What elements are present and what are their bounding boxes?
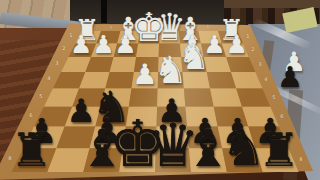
coordinate-label-8: 8 [299,157,302,162]
coordinate-label-3: 3 [56,60,59,65]
coordinate-label-4: 4 [48,76,51,81]
piece-black-rook-h8: ♜ [11,128,52,174]
coordinate-label-g: g [109,25,112,29]
piece-white-pawn-f2: ♟ [114,33,136,58]
piece-black-bishop-f8: ♝ [79,123,125,174]
piece-white-pawn-h2: ♟ [70,33,92,58]
chess-photo-frame: 1122334455667788hgfedcba ♜♝♛♚♝♜♟♟♟♟♟♟♞♟♟… [0,0,320,180]
coordinate-label-4: 4 [265,77,268,82]
captured-black-pawn: ♟ [277,64,302,92]
coordinate-label-5: 5 [272,94,275,99]
coordinate-label-3: 3 [258,61,261,66]
piece-white-pawn-a2: ♟ [225,33,247,58]
coordinate-label-b: b [207,25,210,29]
coordinate-label-2: 2 [252,47,255,52]
piece-white-knight-d4: ♞ [154,53,188,91]
coordinate-label-5: 5 [39,93,42,98]
chess-pieces-layer: ♜♝♛♚♝♜♟♟♟♟♟♟♞♟♟♞♟♞♟♟♟♟♟♟♟♜♞♝♛♚♝♜ [0,0,320,180]
piece-white-pawn-g2: ♟ [92,33,114,58]
coordinate-label-2: 2 [63,46,66,51]
